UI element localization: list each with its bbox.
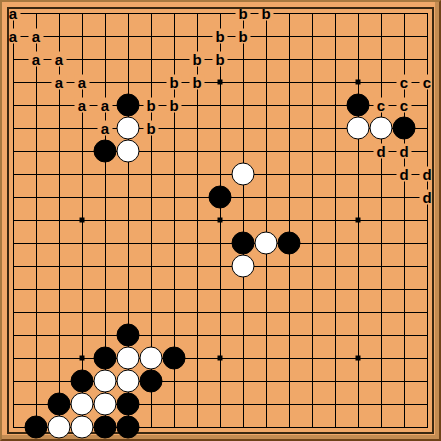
intersection-F7: [117, 278, 140, 301]
intersection-N19: [278, 2, 301, 25]
point-label-a: a: [75, 75, 90, 90]
intersection-J19: [186, 2, 209, 25]
intersection-L11: [232, 186, 255, 209]
point-label-b: b: [167, 98, 182, 113]
black-stone: [347, 94, 370, 117]
intersection-A1: [2, 416, 25, 439]
intersection-E15: a: [94, 94, 117, 117]
intersection-G11: [140, 186, 163, 209]
intersection-A6: [2, 301, 25, 324]
intersection-O9: [301, 232, 324, 255]
black-stone: [94, 347, 117, 370]
intersection-S3: [393, 370, 416, 393]
intersection-A16: [2, 71, 25, 94]
intersection-E2: [94, 393, 117, 416]
intersection-J5: [186, 324, 209, 347]
intersection-J10: [186, 209, 209, 232]
intersection-H3: [163, 370, 186, 393]
intersection-R4: [370, 347, 393, 370]
intersection-M6: [255, 301, 278, 324]
intersection-R19: [370, 2, 393, 25]
intersection-L14: [232, 117, 255, 140]
intersection-A9: [2, 232, 25, 255]
intersection-R13: d: [370, 140, 393, 163]
intersection-Q9: [347, 232, 370, 255]
intersection-G15: b: [140, 94, 163, 117]
point-label-d: d: [374, 144, 389, 159]
intersection-K3: [209, 370, 232, 393]
intersection-S17: [393, 48, 416, 71]
intersection-C16: a: [48, 71, 71, 94]
intersection-H18: [163, 25, 186, 48]
intersection-F12: [117, 163, 140, 186]
intersection-C10: [48, 209, 71, 232]
intersection-K8: [209, 255, 232, 278]
intersection-A4: [2, 347, 25, 370]
intersection-F9: [117, 232, 140, 255]
intersection-C7: [48, 278, 71, 301]
intersection-H15: b: [163, 94, 186, 117]
intersection-C12: [48, 163, 71, 186]
intersection-H2: [163, 393, 186, 416]
intersection-R3: [370, 370, 393, 393]
intersection-B3: [25, 370, 48, 393]
intersection-Q3: [347, 370, 370, 393]
intersection-E19: [94, 2, 117, 25]
intersection-O11: [301, 186, 324, 209]
intersection-J1: [186, 416, 209, 439]
white-stone: [94, 393, 117, 416]
intersection-C5: [48, 324, 71, 347]
intersection-K14: [209, 117, 232, 140]
intersection-D1: [71, 416, 94, 439]
intersection-E8: [94, 255, 117, 278]
intersection-Q13: [347, 140, 370, 163]
white-stone: [117, 140, 140, 163]
intersection-S5: [393, 324, 416, 347]
intersection-Q1: [347, 416, 370, 439]
intersection-J15: [186, 94, 209, 117]
black-stone: [163, 347, 186, 370]
intersection-K2: [209, 393, 232, 416]
intersection-C3: [48, 370, 71, 393]
intersection-O15: [301, 94, 324, 117]
intersection-P12: [324, 163, 347, 186]
intersection-D7: [71, 278, 94, 301]
intersection-P3: [324, 370, 347, 393]
intersection-H1: [163, 416, 186, 439]
black-stone: [25, 416, 48, 439]
intersection-G19: [140, 2, 163, 25]
star-point: [356, 356, 361, 361]
intersection-M16: [255, 71, 278, 94]
point-label-d: d: [397, 167, 412, 182]
intersection-H19: [163, 2, 186, 25]
intersection-B10: [25, 209, 48, 232]
intersection-P19: [324, 2, 347, 25]
intersection-L1: [232, 416, 255, 439]
black-stone: [117, 324, 140, 347]
intersection-E18: [94, 25, 117, 48]
black-stone: [232, 232, 255, 255]
intersection-E13: [94, 140, 117, 163]
intersection-D19: [71, 2, 94, 25]
intersection-B12: [25, 163, 48, 186]
intersection-T8: [416, 255, 439, 278]
intersection-L8: [232, 255, 255, 278]
intersection-S2: [393, 393, 416, 416]
point-label-c: c: [397, 75, 412, 90]
intersection-O13: [301, 140, 324, 163]
intersection-F6: [117, 301, 140, 324]
intersection-O8: [301, 255, 324, 278]
intersection-C14: [48, 117, 71, 140]
intersection-E11: [94, 186, 117, 209]
intersection-P14: [324, 117, 347, 140]
intersection-K12: [209, 163, 232, 186]
intersection-Q12: [347, 163, 370, 186]
intersection-L10: [232, 209, 255, 232]
intersection-Q10: [347, 209, 370, 232]
black-stone: [140, 370, 163, 393]
intersection-N13: [278, 140, 301, 163]
intersection-R7: [370, 278, 393, 301]
intersection-D13: [71, 140, 94, 163]
intersection-S1: [393, 416, 416, 439]
intersection-D3: [71, 370, 94, 393]
intersection-N5: [278, 324, 301, 347]
intersection-N1: [278, 416, 301, 439]
intersection-M12: [255, 163, 278, 186]
intersection-T14: [416, 117, 439, 140]
intersection-F2: [117, 393, 140, 416]
intersection-J17: b: [186, 48, 209, 71]
intersection-N2: [278, 393, 301, 416]
intersection-J12: [186, 163, 209, 186]
intersection-J2: [186, 393, 209, 416]
intersection-A12: [2, 163, 25, 186]
intersection-T11: d: [416, 186, 439, 209]
black-stone: [71, 370, 94, 393]
intersection-N6: [278, 301, 301, 324]
point-label-b: b: [259, 6, 274, 21]
intersection-N7: [278, 278, 301, 301]
intersection-B9: [25, 232, 48, 255]
intersection-M15: [255, 94, 278, 117]
intersection-S16: c: [393, 71, 416, 94]
intersection-K7: [209, 278, 232, 301]
intersection-S19: [393, 2, 416, 25]
intersection-G13: [140, 140, 163, 163]
point-label-a: a: [52, 75, 67, 90]
white-stone: [232, 255, 255, 278]
intersection-D14: [71, 117, 94, 140]
intersection-F11: [117, 186, 140, 209]
intersection-T19: [416, 2, 439, 25]
intersection-Q5: [347, 324, 370, 347]
white-stone: [255, 232, 278, 255]
intersection-M19: b: [255, 2, 278, 25]
intersection-B14: [25, 117, 48, 140]
intersection-B8: [25, 255, 48, 278]
intersection-C4: [48, 347, 71, 370]
intersection-O7: [301, 278, 324, 301]
intersection-F5: [117, 324, 140, 347]
intersection-N18: [278, 25, 301, 48]
point-label-c: c: [374, 98, 389, 113]
intersection-D11: [71, 186, 94, 209]
intersection-T9: [416, 232, 439, 255]
star-point: [356, 218, 361, 223]
point-label-a: a: [6, 6, 21, 21]
intersection-T6: [416, 301, 439, 324]
intersection-D15: a: [71, 94, 94, 117]
intersection-B11: [25, 186, 48, 209]
intersection-B19: [25, 2, 48, 25]
intersection-J3: [186, 370, 209, 393]
intersection-J7: [186, 278, 209, 301]
intersection-M2: [255, 393, 278, 416]
intersection-F16: [117, 71, 140, 94]
intersection-O1: [301, 416, 324, 439]
white-stone: [117, 117, 140, 140]
intersection-M17: [255, 48, 278, 71]
intersection-F8: [117, 255, 140, 278]
intersection-A8: [2, 255, 25, 278]
white-stone: [71, 393, 94, 416]
intersection-J4: [186, 347, 209, 370]
intersection-G18: [140, 25, 163, 48]
intersection-R10: [370, 209, 393, 232]
white-stone: [71, 416, 94, 439]
point-label-a: a: [75, 98, 90, 113]
intersection-S18: [393, 25, 416, 48]
point-label-a: a: [29, 29, 44, 44]
intersection-D16: a: [71, 71, 94, 94]
intersection-O12: [301, 163, 324, 186]
intersection-S10: [393, 209, 416, 232]
intersection-G14: b: [140, 117, 163, 140]
intersection-L12: [232, 163, 255, 186]
intersection-H5: [163, 324, 186, 347]
intersection-Q4: [347, 347, 370, 370]
intersection-F18: [117, 25, 140, 48]
intersection-H17: [163, 48, 186, 71]
intersection-O10: [301, 209, 324, 232]
intersection-M5: [255, 324, 278, 347]
intersection-K11: [209, 186, 232, 209]
intersection-N8: [278, 255, 301, 278]
intersection-B16: [25, 71, 48, 94]
point-label-a: a: [29, 52, 44, 67]
intersection-K16: [209, 71, 232, 94]
intersection-R1: [370, 416, 393, 439]
intersection-T5: [416, 324, 439, 347]
intersection-M3: [255, 370, 278, 393]
intersection-L18: b: [232, 25, 255, 48]
intersection-N10: [278, 209, 301, 232]
intersection-A10: [2, 209, 25, 232]
white-stone: [232, 163, 255, 186]
intersection-R15: c: [370, 94, 393, 117]
intersection-Q19: [347, 2, 370, 25]
black-stone: [117, 94, 140, 117]
intersection-N15: [278, 94, 301, 117]
white-stone: [347, 117, 370, 140]
intersection-P2: [324, 393, 347, 416]
intersection-T2: [416, 393, 439, 416]
white-stone: [48, 416, 71, 439]
point-label-b: b: [144, 98, 159, 113]
intersection-N14: [278, 117, 301, 140]
intersection-J6: [186, 301, 209, 324]
intersection-P1: [324, 416, 347, 439]
white-stone: [140, 347, 163, 370]
intersection-R16: [370, 71, 393, 94]
intersection-F15: [117, 94, 140, 117]
intersection-C15: [48, 94, 71, 117]
intersection-T16: c: [416, 71, 439, 94]
intersection-J14: [186, 117, 209, 140]
intersection-B5: [25, 324, 48, 347]
intersection-F10: [117, 209, 140, 232]
intersection-T13: [416, 140, 439, 163]
intersection-N3: [278, 370, 301, 393]
intersection-G5: [140, 324, 163, 347]
intersection-K13: [209, 140, 232, 163]
intersection-F3: [117, 370, 140, 393]
intersection-H7: [163, 278, 186, 301]
intersection-D10: [71, 209, 94, 232]
black-stone: [117, 393, 140, 416]
intersection-K15: [209, 94, 232, 117]
intersection-R18: [370, 25, 393, 48]
black-stone: [209, 186, 232, 209]
intersection-N4: [278, 347, 301, 370]
point-label-a: a: [98, 121, 113, 136]
intersection-K1: [209, 416, 232, 439]
intersection-R9: [370, 232, 393, 255]
intersection-B13: [25, 140, 48, 163]
intersection-E9: [94, 232, 117, 255]
intersection-C6: [48, 301, 71, 324]
intersection-B1: [25, 416, 48, 439]
intersection-K4: [209, 347, 232, 370]
intersection-C1: [48, 416, 71, 439]
intersection-E16: [94, 71, 117, 94]
intersection-H9: [163, 232, 186, 255]
intersection-M7: [255, 278, 278, 301]
intersection-P16: [324, 71, 347, 94]
intersection-K10: [209, 209, 232, 232]
point-label-a: a: [6, 29, 21, 44]
intersection-A7: [2, 278, 25, 301]
intersection-C11: [48, 186, 71, 209]
intersection-F4: [117, 347, 140, 370]
intersection-T17: [416, 48, 439, 71]
intersection-P4: [324, 347, 347, 370]
point-label-b: b: [190, 75, 205, 90]
intersection-G2: [140, 393, 163, 416]
black-stone: [117, 416, 140, 439]
intersection-A3: [2, 370, 25, 393]
intersection-F13: [117, 140, 140, 163]
intersection-G3: [140, 370, 163, 393]
intersection-R14: [370, 117, 393, 140]
intersection-S6: [393, 301, 416, 324]
intersection-S9: [393, 232, 416, 255]
intersection-P6: [324, 301, 347, 324]
intersection-C17: a: [48, 48, 71, 71]
intersection-B2: [25, 393, 48, 416]
intersection-O2: [301, 393, 324, 416]
intersection-E6: [94, 301, 117, 324]
intersection-S14: [393, 117, 416, 140]
intersection-E4: [94, 347, 117, 370]
intersection-T7: [416, 278, 439, 301]
intersection-Q15: [347, 94, 370, 117]
intersection-Q18: [347, 25, 370, 48]
intersection-P5: [324, 324, 347, 347]
intersection-B18: a: [25, 25, 48, 48]
intersection-Q17: [347, 48, 370, 71]
intersection-L19: b: [232, 2, 255, 25]
intersection-B6: [25, 301, 48, 324]
intersection-B4: [25, 347, 48, 370]
intersection-L7: [232, 278, 255, 301]
intersection-B7: [25, 278, 48, 301]
intersection-G1: [140, 416, 163, 439]
intersection-L17: [232, 48, 255, 71]
intersection-L2: [232, 393, 255, 416]
intersection-T1: [416, 416, 439, 439]
intersection-L15: [232, 94, 255, 117]
intersection-G17: [140, 48, 163, 71]
intersection-S15: c: [393, 94, 416, 117]
intersection-E5: [94, 324, 117, 347]
intersection-M11: [255, 186, 278, 209]
point-label-c: c: [397, 98, 412, 113]
intersection-N17: [278, 48, 301, 71]
intersection-D18: [71, 25, 94, 48]
intersection-Q8: [347, 255, 370, 278]
point-label-a: a: [98, 98, 113, 113]
white-stone: [117, 370, 140, 393]
intersection-S11: [393, 186, 416, 209]
intersection-H6: [163, 301, 186, 324]
intersection-C8: [48, 255, 71, 278]
intersection-C19: [48, 2, 71, 25]
intersection-G8: [140, 255, 163, 278]
intersection-C2: [48, 393, 71, 416]
intersection-K17: b: [209, 48, 232, 71]
intersection-H16: b: [163, 71, 186, 94]
intersection-J18: [186, 25, 209, 48]
intersection-L6: [232, 301, 255, 324]
intersection-R12: [370, 163, 393, 186]
point-label-b: b: [213, 52, 228, 67]
intersection-E10: [94, 209, 117, 232]
point-label-b: b: [236, 29, 251, 44]
intersection-Q7: [347, 278, 370, 301]
star-point: [218, 218, 223, 223]
intersection-Q6: [347, 301, 370, 324]
intersection-D12: [71, 163, 94, 186]
intersection-P8: [324, 255, 347, 278]
intersection-F17: [117, 48, 140, 71]
intersection-T15: [416, 94, 439, 117]
intersection-R6: [370, 301, 393, 324]
